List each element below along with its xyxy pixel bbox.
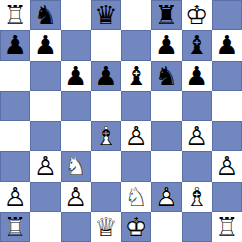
- black-pawn-piece[interactable]: ♟: [151, 30, 181, 60]
- square-a8[interactable]: ♜♖: [0, 0, 30, 30]
- white-pawn-piece[interactable]: ♙: [121, 121, 151, 151]
- white-pawn-fill: ♟: [61, 182, 91, 212]
- square-c6[interactable]: ♟: [61, 61, 91, 91]
- white-rook-piece[interactable]: ♖: [0, 212, 30, 242]
- square-e3[interactable]: [121, 151, 151, 181]
- white-pawn-fill: ♟: [0, 182, 30, 212]
- square-g8[interactable]: ♚♔: [182, 0, 212, 30]
- square-b3[interactable]: ♟♙: [30, 151, 60, 181]
- white-king-piece[interactable]: ♔: [121, 212, 151, 242]
- square-f6[interactable]: ♞: [151, 61, 181, 91]
- square-b8[interactable]: ♞: [30, 0, 60, 30]
- square-f3[interactable]: [151, 151, 181, 181]
- square-b1[interactable]: [30, 212, 60, 242]
- white-pawn-piece[interactable]: ♙: [61, 182, 91, 212]
- square-c3[interactable]: ♞♘: [61, 151, 91, 181]
- white-rook-fill: ♜: [0, 212, 30, 242]
- white-bishop-piece[interactable]: ♗: [91, 121, 121, 151]
- square-d3[interactable]: [91, 151, 121, 181]
- square-f2[interactable]: ♟♙: [151, 182, 181, 212]
- white-pawn-piece[interactable]: ♙: [212, 151, 242, 181]
- square-f1[interactable]: [151, 212, 181, 242]
- white-rook-fill: ♜: [0, 0, 30, 30]
- square-a1[interactable]: ♜♖: [0, 212, 30, 242]
- white-pawn-fill: ♟: [182, 121, 212, 151]
- black-rook-piece[interactable]: ♜: [151, 0, 181, 30]
- black-pawn-piece[interactable]: ♟: [91, 61, 121, 91]
- chess-board: ♜♖♞♛♜♚♔♟♟♟♝♟♟♟♝♞♟♝♗♟♙♟♙♟♙♞♘♟♙♟♙♟♙♞♘♟♙♝♗♜…: [0, 0, 242, 242]
- white-rook-piece[interactable]: ♖: [0, 0, 30, 30]
- square-f8[interactable]: ♜: [151, 0, 181, 30]
- square-g3[interactable]: [182, 151, 212, 181]
- square-c8[interactable]: [61, 0, 91, 30]
- square-d5[interactable]: [91, 91, 121, 121]
- square-g4[interactable]: ♟♙: [182, 121, 212, 151]
- square-a3[interactable]: [0, 151, 30, 181]
- square-h4[interactable]: [212, 121, 242, 151]
- square-b2[interactable]: [30, 182, 60, 212]
- square-e2[interactable]: ♞♘: [121, 182, 151, 212]
- square-e4[interactable]: ♟♙: [121, 121, 151, 151]
- square-g7[interactable]: ♝: [182, 30, 212, 60]
- white-rook-fill: ♜: [212, 212, 242, 242]
- white-king-fill: ♚: [182, 0, 212, 30]
- white-knight-piece[interactable]: ♘: [121, 182, 151, 212]
- black-pawn-piece[interactable]: ♟: [30, 30, 60, 60]
- square-e8[interactable]: [121, 0, 151, 30]
- square-h7[interactable]: ♟: [212, 30, 242, 60]
- white-pawn-piece[interactable]: ♙: [151, 182, 181, 212]
- square-b5[interactable]: [30, 91, 60, 121]
- white-bishop-fill: ♝: [91, 121, 121, 151]
- black-pawn-piece[interactable]: ♟: [182, 61, 212, 91]
- square-c5[interactable]: [61, 91, 91, 121]
- square-c7[interactable]: [61, 30, 91, 60]
- square-d7[interactable]: [91, 30, 121, 60]
- square-e6[interactable]: ♝: [121, 61, 151, 91]
- white-pawn-fill: ♟: [151, 182, 181, 212]
- square-a7[interactable]: ♟: [0, 30, 30, 60]
- square-b6[interactable]: [30, 61, 60, 91]
- white-queen-piece[interactable]: ♕: [91, 212, 121, 242]
- black-pawn-piece[interactable]: ♟: [212, 30, 242, 60]
- square-e5[interactable]: [121, 91, 151, 121]
- black-knight-piece[interactable]: ♞: [30, 0, 60, 30]
- white-pawn-piece[interactable]: ♙: [0, 182, 30, 212]
- square-g2[interactable]: ♝♗: [182, 182, 212, 212]
- square-b7[interactable]: ♟: [30, 30, 60, 60]
- square-d2[interactable]: [91, 182, 121, 212]
- white-bishop-piece[interactable]: ♗: [182, 182, 212, 212]
- square-f5[interactable]: [151, 91, 181, 121]
- black-queen-piece[interactable]: ♛: [91, 0, 121, 30]
- square-h8[interactable]: [212, 0, 242, 30]
- white-knight-piece[interactable]: ♘: [61, 151, 91, 181]
- white-queen-fill: ♛: [91, 212, 121, 242]
- square-h2[interactable]: [212, 182, 242, 212]
- square-b4[interactable]: [30, 121, 60, 151]
- white-king-piece[interactable]: ♔: [182, 0, 212, 30]
- square-c4[interactable]: [61, 121, 91, 151]
- square-f4[interactable]: [151, 121, 181, 151]
- black-pawn-piece[interactable]: ♟: [0, 30, 30, 60]
- square-d8[interactable]: ♛: [91, 0, 121, 30]
- square-g1[interactable]: [182, 212, 212, 242]
- white-bishop-fill: ♝: [182, 182, 212, 212]
- square-h6[interactable]: [212, 61, 242, 91]
- square-g5[interactable]: [182, 91, 212, 121]
- square-e7[interactable]: [121, 30, 151, 60]
- square-f7[interactable]: ♟: [151, 30, 181, 60]
- black-knight-piece[interactable]: ♞: [151, 61, 181, 91]
- white-pawn-fill: ♟: [30, 151, 60, 181]
- black-pawn-piece[interactable]: ♟: [61, 61, 91, 91]
- white-pawn-piece[interactable]: ♙: [30, 151, 60, 181]
- white-pawn-fill: ♟: [212, 151, 242, 181]
- square-c2[interactable]: ♟♙: [61, 182, 91, 212]
- black-bishop-piece[interactable]: ♝: [121, 61, 151, 91]
- white-pawn-fill: ♟: [121, 121, 151, 151]
- square-a2[interactable]: ♟♙: [0, 182, 30, 212]
- square-h5[interactable]: [212, 91, 242, 121]
- white-rook-piece[interactable]: ♖: [212, 212, 242, 242]
- square-a5[interactable]: [0, 91, 30, 121]
- white-knight-fill: ♞: [121, 182, 151, 212]
- square-h1[interactable]: ♜♖: [212, 212, 242, 242]
- white-king-fill: ♚: [121, 212, 151, 242]
- square-d1[interactable]: ♛♕: [91, 212, 121, 242]
- square-e1[interactable]: ♚♔: [121, 212, 151, 242]
- square-d6[interactable]: ♟: [91, 61, 121, 91]
- square-h3[interactable]: ♟♙: [212, 151, 242, 181]
- white-pawn-piece[interactable]: ♙: [182, 121, 212, 151]
- white-knight-fill: ♞: [61, 151, 91, 181]
- square-g6[interactable]: ♟: [182, 61, 212, 91]
- square-c1[interactable]: [61, 212, 91, 242]
- square-d4[interactable]: ♝♗: [91, 121, 121, 151]
- square-a4[interactable]: [0, 121, 30, 151]
- square-a6[interactable]: [0, 61, 30, 91]
- black-bishop-piece[interactable]: ♝: [182, 30, 212, 60]
